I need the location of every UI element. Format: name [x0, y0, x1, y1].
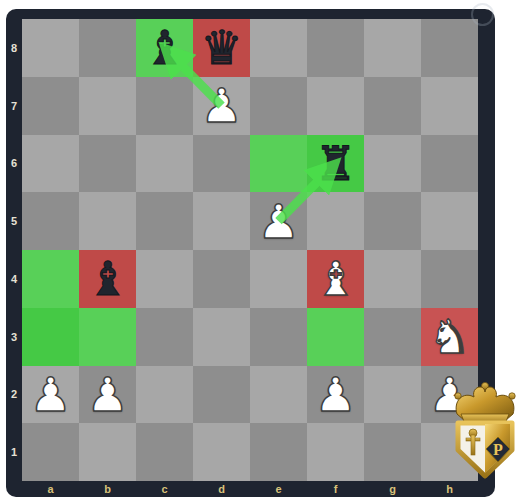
square-f2[interactable]: ♟: [307, 366, 364, 424]
black-bishop[interactable]: ♝: [79, 250, 136, 308]
square-a5[interactable]: [22, 192, 79, 250]
file-label-c: c: [161, 483, 167, 495]
site-logo: P: [446, 379, 524, 481]
square-b3[interactable]: [79, 308, 136, 366]
square-d4[interactable]: [193, 250, 250, 308]
file-label-b: b: [104, 483, 111, 495]
corner-circle-icon[interactable]: [471, 3, 494, 26]
square-d2[interactable]: [193, 366, 250, 424]
rank-label-7: 7: [11, 100, 17, 112]
square-g7[interactable]: [364, 77, 421, 135]
square-f6[interactable]: ♜: [307, 135, 364, 193]
rank-label-8: 8: [11, 42, 17, 54]
square-g8[interactable]: [364, 19, 421, 77]
board-frame: 87654321 abcdefgh ♝♛♟♜♟♝♝♞♟♟♟♟: [6, 9, 495, 497]
square-h5[interactable]: [421, 192, 478, 250]
square-e3[interactable]: [250, 308, 307, 366]
square-a7[interactable]: [22, 77, 79, 135]
square-b6[interactable]: [79, 135, 136, 193]
black-bishop[interactable]: ♝: [136, 19, 193, 77]
square-f7[interactable]: [307, 77, 364, 135]
square-f1[interactable]: [307, 423, 364, 481]
square-d6[interactable]: [193, 135, 250, 193]
file-label-f: f: [334, 483, 338, 495]
rank-label-3: 3: [11, 331, 17, 343]
square-c4[interactable]: [136, 250, 193, 308]
square-g1[interactable]: [364, 423, 421, 481]
square-g6[interactable]: [364, 135, 421, 193]
square-c2[interactable]: [136, 366, 193, 424]
rank-label-5: 5: [11, 215, 17, 227]
square-e4[interactable]: [250, 250, 307, 308]
rank-label-4: 4: [11, 273, 17, 285]
square-a6[interactable]: [22, 135, 79, 193]
square-c7[interactable]: [136, 77, 193, 135]
square-c3[interactable]: [136, 308, 193, 366]
square-g5[interactable]: [364, 192, 421, 250]
white-pawn[interactable]: ♟: [22, 366, 79, 424]
square-d8[interactable]: ♛: [193, 19, 250, 77]
square-a3[interactable]: [22, 308, 79, 366]
file-label-e: e: [275, 483, 281, 495]
square-b4[interactable]: ♝: [79, 250, 136, 308]
square-g2[interactable]: [364, 366, 421, 424]
page: 87654321 abcdefgh ♝♛♟♜♟♝♝♞♟♟♟♟: [0, 0, 527, 499]
black-queen[interactable]: ♛: [193, 19, 250, 77]
square-d5[interactable]: [193, 192, 250, 250]
square-g4[interactable]: [364, 250, 421, 308]
square-b1[interactable]: [79, 423, 136, 481]
square-h4[interactable]: [421, 250, 478, 308]
square-e8[interactable]: [250, 19, 307, 77]
square-e6[interactable]: [250, 135, 307, 193]
square-e1[interactable]: [250, 423, 307, 481]
chess-board: ♝♛♟♜♟♝♝♞♟♟♟♟: [22, 19, 478, 481]
square-f5[interactable]: [307, 192, 364, 250]
white-pawn[interactable]: ♟: [307, 366, 364, 424]
square-a4[interactable]: [22, 250, 79, 308]
file-label-g: g: [389, 483, 396, 495]
white-pawn[interactable]: ♟: [193, 77, 250, 135]
square-c6[interactable]: [136, 135, 193, 193]
square-b5[interactable]: [79, 192, 136, 250]
logo-monogram: P: [493, 441, 503, 458]
rank-label-1: 1: [11, 446, 17, 458]
square-e7[interactable]: [250, 77, 307, 135]
square-d3[interactable]: [193, 308, 250, 366]
square-e2[interactable]: [250, 366, 307, 424]
square-h7[interactable]: [421, 77, 478, 135]
file-label-d: d: [218, 483, 225, 495]
square-a8[interactable]: [22, 19, 79, 77]
white-pawn[interactable]: ♟: [79, 366, 136, 424]
rank-label-6: 6: [11, 157, 17, 169]
square-d7[interactable]: ♟: [193, 77, 250, 135]
file-label-a: a: [47, 483, 53, 495]
square-c8[interactable]: ♝: [136, 19, 193, 77]
square-c5[interactable]: [136, 192, 193, 250]
square-f3[interactable]: [307, 308, 364, 366]
square-d1[interactable]: [193, 423, 250, 481]
square-b7[interactable]: [79, 77, 136, 135]
crown-shield-logo-icon: P: [446, 379, 524, 481]
square-g3[interactable]: [364, 308, 421, 366]
rank-label-2: 2: [11, 388, 17, 400]
file-label-h: h: [446, 483, 453, 495]
square-h8[interactable]: [421, 19, 478, 77]
square-b8[interactable]: [79, 19, 136, 77]
white-bishop[interactable]: ♝: [307, 250, 364, 308]
square-h3[interactable]: ♞: [421, 308, 478, 366]
white-pawn[interactable]: ♟: [250, 192, 307, 250]
black-rook[interactable]: ♜: [307, 135, 364, 193]
square-f8[interactable]: [307, 19, 364, 77]
square-c1[interactable]: [136, 423, 193, 481]
square-f4[interactable]: ♝: [307, 250, 364, 308]
white-knight[interactable]: ♞: [421, 308, 478, 366]
square-a1[interactable]: [22, 423, 79, 481]
square-h6[interactable]: [421, 135, 478, 193]
square-e5[interactable]: ♟: [250, 192, 307, 250]
square-a2[interactable]: ♟: [22, 366, 79, 424]
square-b2[interactable]: ♟: [79, 366, 136, 424]
